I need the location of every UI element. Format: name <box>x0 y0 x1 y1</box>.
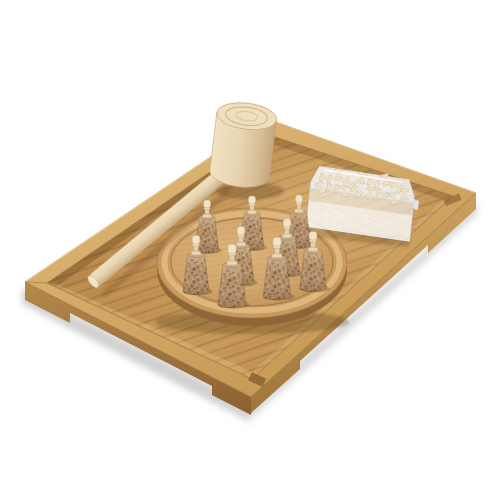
peg-box-latch <box>413 199 419 209</box>
peg-flange <box>308 247 318 251</box>
peg-flange <box>203 214 211 217</box>
peg <box>272 237 282 258</box>
game-set-photo <box>0 0 500 500</box>
peg <box>236 227 245 247</box>
peg <box>295 195 303 213</box>
peg <box>248 196 257 214</box>
peg-knob <box>228 244 236 253</box>
peg <box>308 231 318 251</box>
peg-flange <box>282 234 291 238</box>
peg-knob <box>192 236 200 245</box>
peg-knob <box>237 227 245 236</box>
peg-flange <box>248 210 257 213</box>
peg-flange <box>236 242 245 246</box>
peg-knob <box>248 196 255 204</box>
peg-knob <box>309 231 317 240</box>
mallet-head <box>208 100 278 191</box>
peg <box>191 236 200 256</box>
peg-flange <box>295 209 303 212</box>
peg <box>203 200 211 218</box>
peg-flange <box>191 251 200 255</box>
peg-flange <box>227 261 237 265</box>
peg-knob <box>295 195 302 203</box>
peg-knob <box>283 219 291 227</box>
peg-knob <box>203 200 210 208</box>
peg <box>282 219 291 238</box>
product-photo <box>0 0 500 500</box>
peg-flange <box>272 254 282 258</box>
peg <box>227 244 237 265</box>
peg-knob <box>273 237 281 246</box>
